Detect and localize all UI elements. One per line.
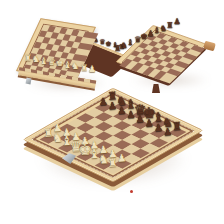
black-piece: ♟ [173,19,180,27]
white-piece: ♜ [24,54,32,63]
white-piece: ♞ [72,62,80,71]
main-chessboard: ♜♞♝♛♚♝♞♜♟♟♟♟♟♟♟♟♟♟♟♟♟♟♟♟♜♞♝♛♚♝♞♜ [23,88,204,182]
red-marking [130,190,133,193]
product-photo-stage: ♟♜♞♛♚♝♜ ♜♞♝♛♚♝♞♜♟ ♜♞♝♛♚♟♝♞♜♟ ♜♞♝♛♚♝♞♜♟♟♟… [0,0,224,224]
latch-icon [26,78,32,85]
main-board-view: ♜♞♝♛♚♝♞♜♟♟♟♟♟♟♟♟♟♟♟♟♟♟♟♟♜♞♝♛♚♝♞♜ [49,71,177,199]
